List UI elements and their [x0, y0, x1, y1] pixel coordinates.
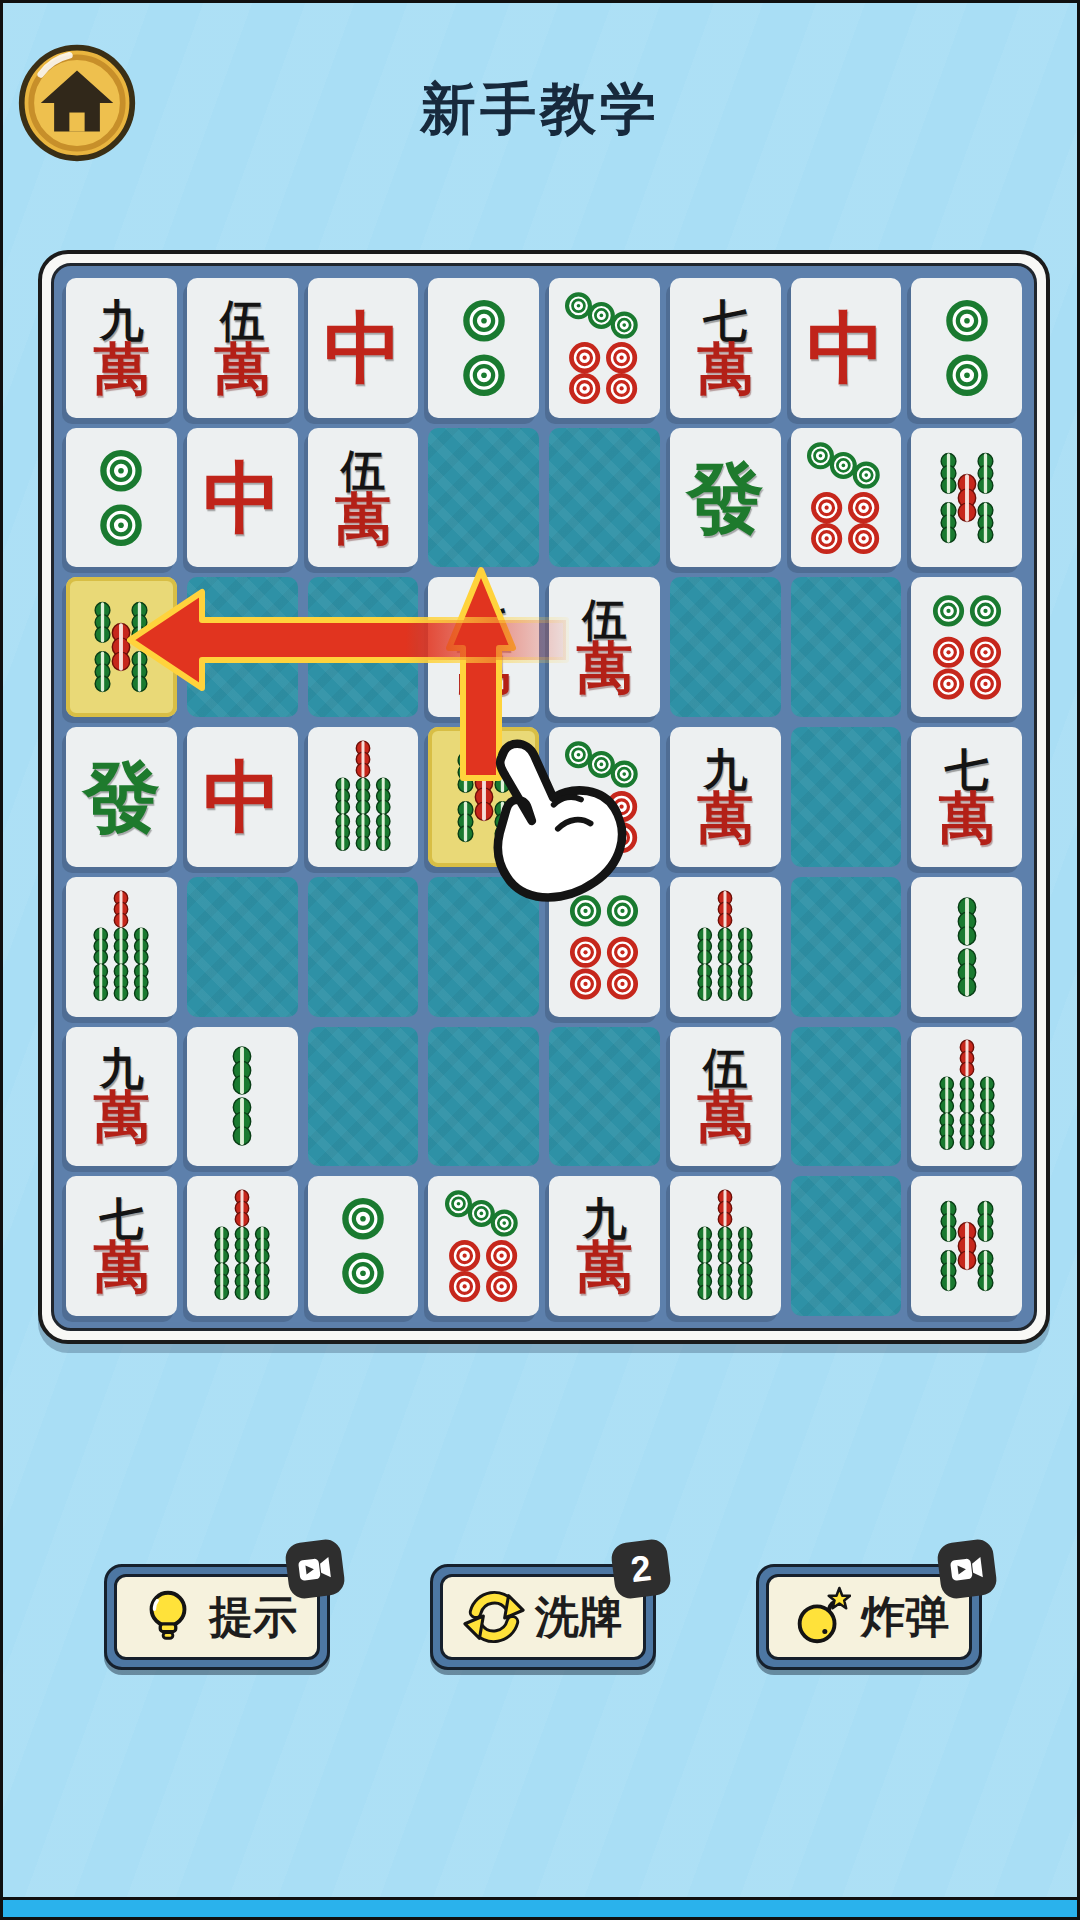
tile-face-5s [923, 438, 1011, 558]
tile-face-2p [923, 288, 1011, 408]
tile-face-7s [77, 887, 165, 1007]
hint-button[interactable]: 提示 [104, 1564, 330, 1670]
shuffle-icon [463, 1586, 525, 1648]
tile-7s-r7c6[interactable] [670, 1176, 781, 1316]
tile-7s-r5c1[interactable] [66, 877, 177, 1017]
tile-2p-r2c1[interactable] [66, 428, 177, 568]
bomb-label: 炸弹 [861, 1588, 949, 1647]
shuffle-button[interactable]: 2 洗牌 [430, 1564, 656, 1670]
tile-face-7z: 中 [203, 459, 281, 537]
shuffle-count-badge: 2 [610, 1538, 672, 1600]
empty-cell-r6c5 [549, 1027, 660, 1167]
tile-face-7z: 中 [807, 309, 885, 387]
bomb-icon [789, 1586, 851, 1648]
tile-face-2p [440, 288, 528, 408]
tile-5m-r6c6[interactable]: 伍萬 [670, 1027, 781, 1167]
tile-5s-r7c8[interactable] [911, 1176, 1022, 1316]
tile-face-7s [681, 887, 769, 1007]
tile-6p-r3c8[interactable] [911, 577, 1022, 717]
tile-7s-r7c2[interactable] [187, 1176, 298, 1316]
video-camera-icon [948, 1553, 985, 1585]
tile-2p-r7c3[interactable] [308, 1176, 419, 1316]
game-board: 九萬伍萬中七萬中中伍萬發七萬伍萬發中九萬七萬九萬伍萬七萬九萬 [38, 250, 1050, 1344]
tile-9m-r7c5[interactable]: 九萬 [549, 1176, 660, 1316]
empty-cell-r3c6 [670, 577, 781, 717]
empty-cell-r6c7 [791, 1027, 902, 1167]
tile-7p-r7c4[interactable] [428, 1176, 539, 1316]
empty-cell-r6c3 [308, 1027, 419, 1167]
tile-face-6p [923, 587, 1011, 707]
video-camera-icon [296, 1553, 333, 1585]
tile-5m-r1c2[interactable]: 伍萬 [187, 278, 298, 418]
tile-5m-r3c5[interactable]: 伍萬 [549, 577, 660, 717]
tile-face-6z: 發 [82, 758, 160, 836]
empty-cell-r2c5 [549, 428, 660, 568]
tile-7z-r1c7[interactable]: 中 [791, 278, 902, 418]
empty-cell-r2c4 [428, 428, 539, 568]
empty-cell-r4c7 [791, 727, 902, 867]
tile-2s-r6c2[interactable] [187, 1027, 298, 1167]
tile-face-7m: 七萬 [93, 1197, 149, 1295]
tile-5s-r4c4[interactable] [428, 727, 539, 867]
lightbulb-icon [137, 1586, 199, 1648]
empty-cell-r3c7 [791, 577, 902, 717]
tile-7m-r1c6[interactable]: 七萬 [670, 278, 781, 418]
tile-6p-r5c5[interactable] [549, 877, 660, 1017]
tile-5s-r2c8[interactable] [911, 428, 1022, 568]
tile-face-7m: 七萬 [456, 598, 512, 696]
empty-cell-r3c2 [187, 577, 298, 717]
tile-face-7s [319, 737, 407, 857]
tile-face-9m: 九萬 [576, 1197, 632, 1295]
tile-face-9m: 九萬 [93, 1047, 149, 1145]
bottom-bar [0, 1897, 1080, 1920]
tile-7p-r2c7[interactable] [791, 428, 902, 568]
tile-face-7s [681, 1186, 769, 1306]
tile-5m-r2c3[interactable]: 伍萬 [308, 428, 419, 568]
tile-6z-r4c1[interactable]: 發 [66, 727, 177, 867]
tile-face-5m: 伍萬 [214, 299, 270, 397]
tile-face-2s [198, 1036, 286, 1156]
empty-cell-r5c3 [308, 877, 419, 1017]
tile-5s-r3c1[interactable] [66, 577, 177, 717]
tile-face-7m: 七萬 [697, 299, 753, 397]
shuffle-label: 洗牌 [535, 1588, 623, 1647]
tile-face-2p [77, 438, 165, 558]
tile-face-7s [923, 1036, 1011, 1156]
tile-2s-r5c8[interactable] [911, 877, 1022, 1017]
tile-face-7z: 中 [203, 758, 281, 836]
tile-9m-r6c1[interactable]: 九萬 [66, 1027, 177, 1167]
empty-cell-r5c7 [791, 877, 902, 1017]
tile-7z-r2c2[interactable]: 中 [187, 428, 298, 568]
board-grid: 九萬伍萬中七萬中中伍萬發七萬伍萬發中九萬七萬九萬伍萬七萬九萬 [51, 263, 1037, 1331]
empty-cell-r6c4 [428, 1027, 539, 1167]
tile-2p-r1c8[interactable] [911, 278, 1022, 418]
tile-face-7p [560, 288, 648, 408]
tile-7p-r1c5[interactable] [549, 278, 660, 418]
tile-face-7m: 七萬 [939, 748, 995, 846]
tile-9m-r4c6[interactable]: 九萬 [670, 727, 781, 867]
shuffle-count: 2 [628, 1547, 653, 1591]
tile-face-7p [802, 438, 890, 558]
tile-7z-r4c2[interactable]: 中 [187, 727, 298, 867]
tile-7m-r7c1[interactable]: 七萬 [66, 1176, 177, 1316]
tile-7z-r1c3[interactable]: 中 [308, 278, 419, 418]
tile-face-7p [560, 737, 648, 857]
tile-2p-r1c4[interactable] [428, 278, 539, 418]
tile-face-5s [440, 737, 528, 857]
tile-face-7z: 中 [324, 309, 402, 387]
home-button[interactable] [16, 42, 138, 164]
tile-7m-r3c4[interactable]: 七萬 [428, 577, 539, 717]
hint-label: 提示 [209, 1588, 297, 1647]
tile-face-2s [923, 887, 1011, 1007]
empty-cell-r5c4 [428, 877, 539, 1017]
tile-face-5m: 伍萬 [335, 449, 391, 547]
tile-face-2p [319, 1186, 407, 1306]
tile-7s-r5c6[interactable] [670, 877, 781, 1017]
tile-7s-r6c8[interactable] [911, 1027, 1022, 1167]
tile-face-5m: 伍萬 [576, 598, 632, 696]
tile-face-9m: 九萬 [93, 299, 149, 397]
hint-video-badge[interactable] [284, 1538, 346, 1600]
empty-cell-r3c3 [308, 577, 419, 717]
tile-7p-r4c5[interactable] [549, 727, 660, 867]
bomb-button[interactable]: 炸弹 [756, 1564, 982, 1670]
empty-cell-r5c2 [187, 877, 298, 1017]
tile-face-5m: 伍萬 [697, 1047, 753, 1145]
tile-face-5s [77, 587, 165, 707]
tile-face-9m: 九萬 [697, 748, 753, 846]
bomb-video-badge[interactable] [936, 1538, 998, 1600]
tile-6z-r2c6[interactable]: 發 [670, 428, 781, 568]
tile-face-7p [440, 1186, 528, 1306]
tile-face-6z: 發 [686, 459, 764, 537]
page-title: 新手教学 [0, 72, 1080, 148]
tile-7m-r4c8[interactable]: 七萬 [911, 727, 1022, 867]
tile-face-7s [198, 1186, 286, 1306]
tile-7s-r4c3[interactable] [308, 727, 419, 867]
tile-face-6p [560, 887, 648, 1007]
tile-9m-r1c1[interactable]: 九萬 [66, 278, 177, 418]
tile-face-5s [923, 1186, 1011, 1306]
empty-cell-r7c7 [791, 1176, 902, 1316]
